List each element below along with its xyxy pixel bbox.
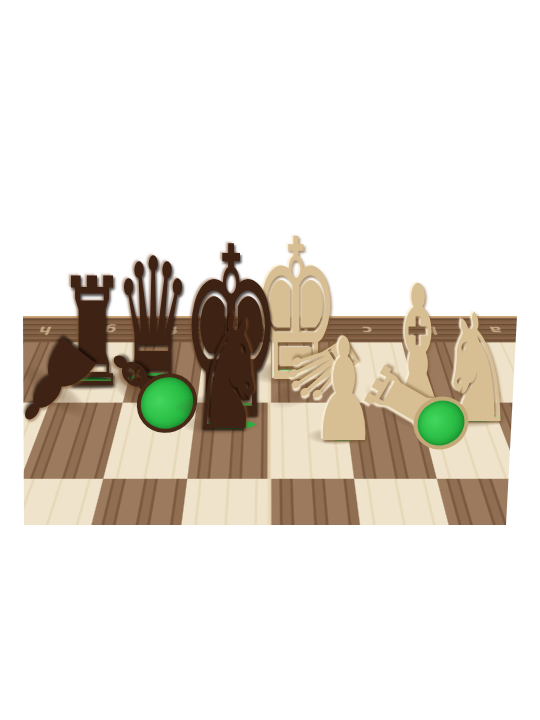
product-photo-backdrop: hgfedcba ♟♜♛♝♚♞♚♛♟♝♜♞	[0, 0, 540, 720]
chess-pieces-layer: ♟♜♛♝♚♞♚♛♟♝♜♞	[0, 0, 540, 720]
dark-knight: ♞	[190, 293, 269, 453]
light-pawn: ♟	[312, 320, 376, 462]
